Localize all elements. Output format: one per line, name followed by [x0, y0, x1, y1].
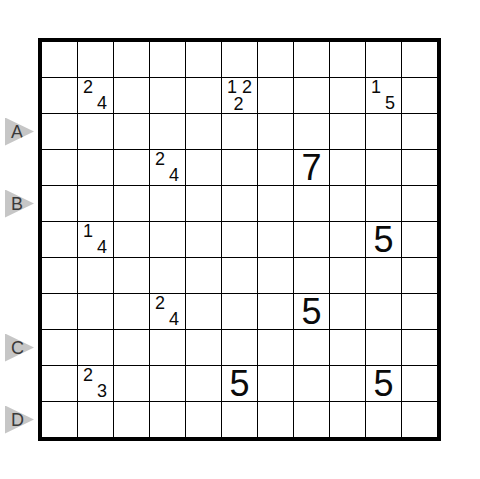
clue-digit: 4: [97, 94, 107, 112]
clue-cell-r10c10: 5: [366, 366, 401, 401]
clue-cell-r6c2: 14: [78, 222, 113, 257]
cell-r5c8[interactable]: [294, 186, 329, 221]
cell-r7c11[interactable]: [402, 258, 437, 293]
cell-r5c10[interactable]: [366, 186, 401, 221]
cell-r2c11[interactable]: [402, 78, 437, 113]
cell-r1c2[interactable]: [78, 42, 113, 77]
cell-r5c3[interactable]: [114, 186, 149, 221]
cell-r3c6[interactable]: [222, 114, 257, 149]
clue-digit: 3: [97, 382, 107, 400]
cell-r5c1[interactable]: [42, 186, 77, 221]
cell-r7c9[interactable]: [330, 258, 365, 293]
cell-r3c3[interactable]: [114, 114, 149, 149]
cell-r8c3[interactable]: [114, 294, 149, 329]
cell-r1c5[interactable]: [186, 42, 221, 77]
cell-r6c5[interactable]: [186, 222, 221, 257]
cell-r5c2[interactable]: [78, 186, 113, 221]
clue-cell-r8c4: 24: [150, 294, 185, 329]
cell-r4c11[interactable]: [402, 150, 437, 185]
cell-r2c3[interactable]: [114, 78, 149, 113]
row-marker-a-arrow-icon: A: [5, 118, 34, 146]
cell-r7c3[interactable]: [114, 258, 149, 293]
clue-digit: 1: [371, 78, 381, 96]
cell-r4c7[interactable]: [258, 150, 293, 185]
cell-r9c5[interactable]: [186, 330, 221, 365]
clue-cell-r10c6: 5: [222, 366, 257, 401]
clue-digit: 5: [366, 366, 401, 401]
cell-r11c5[interactable]: [186, 402, 221, 437]
cell-r8c7[interactable]: [258, 294, 293, 329]
clue-digit: 1: [83, 222, 93, 240]
cell-r3c11[interactable]: [402, 114, 437, 149]
cell-r9c8[interactable]: [294, 330, 329, 365]
row-marker-c-arrow-icon: C: [5, 334, 34, 362]
row-marker-label: C: [11, 339, 24, 357]
cell-r3c1[interactable]: [42, 114, 77, 149]
clue-digit: 2: [155, 294, 165, 312]
cell-r10c11[interactable]: [402, 366, 437, 401]
cell-r6c3[interactable]: [114, 222, 149, 257]
cell-r1c1[interactable]: [42, 42, 77, 77]
cell-r9c4[interactable]: [150, 330, 185, 365]
cell-r6c1[interactable]: [42, 222, 77, 257]
cell-r7c10[interactable]: [366, 258, 401, 293]
clue-cell-r2c6: 122: [222, 78, 257, 113]
clue-digit: 5: [222, 366, 257, 401]
page: { "game": "tapa", "grid": { "rows": 11, …: [0, 0, 480, 479]
cell-r4c10[interactable]: [366, 150, 401, 185]
cell-r8c1[interactable]: [42, 294, 77, 329]
cell-r2c1[interactable]: [42, 78, 77, 113]
cell-r11c10[interactable]: [366, 402, 401, 437]
cell-r9c6[interactable]: [222, 330, 257, 365]
clue-digit: 5: [385, 94, 395, 112]
cell-r7c6[interactable]: [222, 258, 257, 293]
cell-r5c11[interactable]: [402, 186, 437, 221]
cell-r4c1[interactable]: [42, 150, 77, 185]
cell-r3c7[interactable]: [258, 114, 293, 149]
clue-digit: 4: [169, 310, 179, 328]
cell-r2c4[interactable]: [150, 78, 185, 113]
row-marker-label: A: [11, 123, 23, 141]
cell-r1c9[interactable]: [330, 42, 365, 77]
cell-r11c9[interactable]: [330, 402, 365, 437]
clue-cell-r6c10: 5: [366, 222, 401, 257]
cell-r1c8[interactable]: [294, 42, 329, 77]
cell-r5c7[interactable]: [258, 186, 293, 221]
cell-r7c1[interactable]: [42, 258, 77, 293]
row-marker-label: B: [11, 195, 23, 213]
cell-r4c5[interactable]: [186, 150, 221, 185]
clue-digit: 4: [97, 238, 107, 256]
cell-r6c7[interactable]: [258, 222, 293, 257]
cell-r6c6[interactable]: [222, 222, 257, 257]
cell-r2c7[interactable]: [258, 78, 293, 113]
cell-r11c11[interactable]: [402, 402, 437, 437]
clue-digit: 7: [294, 150, 329, 185]
clue-digit: 2: [83, 366, 93, 384]
cell-r8c6[interactable]: [222, 294, 257, 329]
cell-r9c9[interactable]: [330, 330, 365, 365]
clue-digit: 4: [169, 166, 179, 184]
cell-r3c8[interactable]: [294, 114, 329, 149]
cell-r9c1[interactable]: [42, 330, 77, 365]
clue-cell-r10c2: 23: [78, 366, 113, 401]
row-marker-label: D: [11, 411, 24, 429]
clue-cell-r4c4: 24: [150, 150, 185, 185]
clue-digit: 2: [222, 95, 255, 113]
cell-r10c9[interactable]: [330, 366, 365, 401]
cell-r5c9[interactable]: [330, 186, 365, 221]
cell-r6c11[interactable]: [402, 222, 437, 257]
cell-r11c3[interactable]: [114, 402, 149, 437]
clue-digit: 2: [83, 78, 93, 96]
cell-r7c4[interactable]: [150, 258, 185, 293]
cell-r11c2[interactable]: [78, 402, 113, 437]
clue-cell-r8c8: 5: [294, 294, 329, 329]
cell-r3c4[interactable]: [150, 114, 185, 149]
cell-r11c7[interactable]: [258, 402, 293, 437]
cell-r4c9[interactable]: [330, 150, 365, 185]
cell-r2c9[interactable]: [330, 78, 365, 113]
cell-r5c5[interactable]: [186, 186, 221, 221]
cell-r11c8[interactable]: [294, 402, 329, 437]
cell-r5c6[interactable]: [222, 186, 257, 221]
cell-r11c1[interactable]: [42, 402, 77, 437]
cell-r8c2[interactable]: [78, 294, 113, 329]
cell-r4c2[interactable]: [78, 150, 113, 185]
cell-r1c10[interactable]: [366, 42, 401, 77]
cell-r7c8[interactable]: [294, 258, 329, 293]
cell-r10c4[interactable]: [150, 366, 185, 401]
cell-r7c2[interactable]: [78, 258, 113, 293]
cell-r1c3[interactable]: [114, 42, 149, 77]
clue-cell-r2c10: 15: [366, 78, 401, 113]
cell-r7c5[interactable]: [186, 258, 221, 293]
cell-r7c7[interactable]: [258, 258, 293, 293]
clue-digit: 5: [366, 222, 401, 257]
cell-r1c6[interactable]: [222, 42, 257, 77]
clue-cell-r4c8: 7: [294, 150, 329, 185]
cell-r6c8[interactable]: [294, 222, 329, 257]
cell-r3c2[interactable]: [78, 114, 113, 149]
cell-r9c7[interactable]: [258, 330, 293, 365]
cell-r11c6[interactable]: [222, 402, 257, 437]
cell-r10c3[interactable]: [114, 366, 149, 401]
cell-r11c4[interactable]: [150, 402, 185, 437]
cell-r8c10[interactable]: [366, 294, 401, 329]
cell-r8c9[interactable]: [330, 294, 365, 329]
cell-r5c4[interactable]: [150, 186, 185, 221]
clue-digit: 2: [155, 150, 165, 168]
cell-r8c5[interactable]: [186, 294, 221, 329]
cell-r1c7[interactable]: [258, 42, 293, 77]
cell-r4c6[interactable]: [222, 150, 257, 185]
cell-r10c5[interactable]: [186, 366, 221, 401]
row-marker-b-arrow-icon: B: [5, 190, 34, 218]
clue-cell-r2c2: 24: [78, 78, 113, 113]
cell-r6c4[interactable]: [150, 222, 185, 257]
cell-r4c3[interactable]: [114, 150, 149, 185]
cell-r2c8[interactable]: [294, 78, 329, 113]
cell-r3c10[interactable]: [366, 114, 401, 149]
tapa-board: 24122152471452452355: [38, 38, 441, 441]
row-marker-d-arrow-icon: D: [5, 406, 34, 434]
clue-digit: 5: [294, 294, 329, 329]
cell-r10c1[interactable]: [42, 366, 77, 401]
cell-r9c2[interactable]: [78, 330, 113, 365]
cell-r9c10[interactable]: [366, 330, 401, 365]
cell-r6c9[interactable]: [330, 222, 365, 257]
cell-r8c11[interactable]: [402, 294, 437, 329]
cell-r3c5[interactable]: [186, 114, 221, 149]
cell-r9c11[interactable]: [402, 330, 437, 365]
cell-r10c8[interactable]: [294, 366, 329, 401]
cell-r3c9[interactable]: [330, 114, 365, 149]
cell-r1c11[interactable]: [402, 42, 437, 77]
cell-r10c7[interactable]: [258, 366, 293, 401]
cell-r1c4[interactable]: [150, 42, 185, 77]
cell-r2c5[interactable]: [186, 78, 221, 113]
cell-r9c3[interactable]: [114, 330, 149, 365]
